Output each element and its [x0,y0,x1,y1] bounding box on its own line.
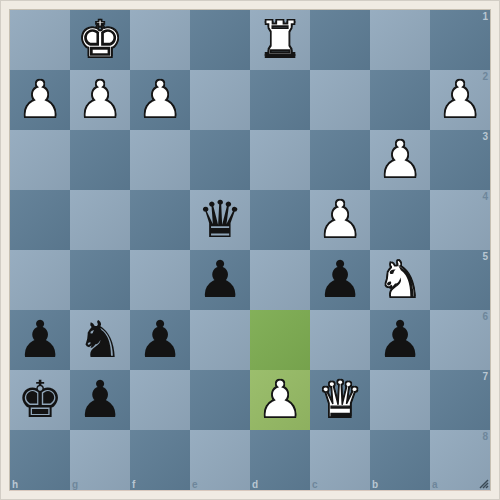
rank-label-4: 4 [482,191,488,202]
square-d7[interactable]: ♟ [250,370,310,430]
square-h5[interactable] [10,250,70,310]
square-f7[interactable] [130,370,190,430]
white-pawn[interactable]: ♟ [70,70,130,130]
file-label-a: a [432,479,438,490]
square-f4[interactable] [130,190,190,250]
square-d3[interactable] [250,130,310,190]
square-c5[interactable]: ♟ [310,250,370,310]
square-f2[interactable]: ♟ [130,70,190,130]
square-h7[interactable]: ♚ [10,370,70,430]
square-d6[interactable] [250,310,310,370]
black-pawn[interactable]: ♟ [130,310,190,370]
square-g4[interactable] [70,190,130,250]
square-e3[interactable] [190,130,250,190]
square-g5[interactable] [70,250,130,310]
rank-label-8: 8 [482,431,488,442]
square-e4[interactable]: ♛ [190,190,250,250]
white-rook[interactable]: ♜ [250,10,310,70]
square-d1[interactable]: ♜ [250,10,310,70]
white-pawn[interactable]: ♟ [370,130,430,190]
square-b7[interactable] [370,370,430,430]
board-resize-handle-icon[interactable] [477,477,489,489]
board-frame: ♚♜1♟♟♟♟2♟3♛♟4♟♟♞5♟♞♟♟6♚♟♟♛7hgfedcb8a [0,0,500,500]
black-knight[interactable]: ♞ [70,310,130,370]
square-f3[interactable] [130,130,190,190]
black-queen[interactable]: ♛ [190,190,250,250]
square-h4[interactable] [10,190,70,250]
file-label-d: d [252,479,258,490]
square-e6[interactable] [190,310,250,370]
square-b6[interactable]: ♟ [370,310,430,370]
square-g6[interactable]: ♞ [70,310,130,370]
white-pawn[interactable]: ♟ [10,70,70,130]
square-e7[interactable] [190,370,250,430]
square-h2[interactable]: ♟ [10,70,70,130]
square-e8[interactable]: e [190,430,250,490]
square-g3[interactable] [70,130,130,190]
black-pawn[interactable]: ♟ [310,250,370,310]
square-c2[interactable] [310,70,370,130]
square-a6[interactable]: 6 [430,310,490,370]
square-h1[interactable] [10,10,70,70]
square-a2[interactable]: ♟2 [430,70,490,130]
black-pawn[interactable]: ♟ [370,310,430,370]
file-label-e: e [192,479,198,490]
white-pawn[interactable]: ♟ [250,370,310,430]
square-f8[interactable]: f [130,430,190,490]
white-pawn[interactable]: ♟ [310,190,370,250]
rank-label-6: 6 [482,311,488,322]
square-b4[interactable] [370,190,430,250]
chess-board: ♚♜1♟♟♟♟2♟3♛♟4♟♟♞5♟♞♟♟6♚♟♟♛7hgfedcb8a [10,10,490,490]
square-b1[interactable] [370,10,430,70]
black-pawn[interactable]: ♟ [10,310,70,370]
square-a5[interactable]: 5 [430,250,490,310]
black-pawn[interactable]: ♟ [70,370,130,430]
square-h8[interactable]: h [10,430,70,490]
square-b8[interactable]: b [370,430,430,490]
square-d5[interactable] [250,250,310,310]
file-label-h: h [12,479,18,490]
square-a3[interactable]: 3 [430,130,490,190]
square-f6[interactable]: ♟ [130,310,190,370]
square-f5[interactable] [130,250,190,310]
square-h3[interactable] [10,130,70,190]
rank-label-5: 5 [482,251,488,262]
rank-label-7: 7 [482,371,488,382]
square-a1[interactable]: 1 [430,10,490,70]
square-c3[interactable] [310,130,370,190]
square-b5[interactable]: ♞ [370,250,430,310]
black-pawn[interactable]: ♟ [190,250,250,310]
white-king[interactable]: ♚ [70,10,130,70]
square-c4[interactable]: ♟ [310,190,370,250]
black-king[interactable]: ♚ [10,370,70,430]
rank-label-1: 1 [482,11,488,22]
white-pawn[interactable]: ♟ [130,70,190,130]
file-label-g: g [72,479,78,490]
square-g8[interactable]: g [70,430,130,490]
file-label-c: c [312,479,318,490]
square-g1[interactable]: ♚ [70,10,130,70]
square-e1[interactable] [190,10,250,70]
file-label-f: f [132,479,135,490]
white-knight[interactable]: ♞ [370,250,430,310]
board-container: ♚♜1♟♟♟♟2♟3♛♟4♟♟♞5♟♞♟♟6♚♟♟♛7hgfedcb8a [9,9,491,491]
square-e5[interactable]: ♟ [190,250,250,310]
rank-label-3: 3 [482,131,488,142]
square-c8[interactable]: c [310,430,370,490]
file-label-b: b [372,479,378,490]
white-pawn[interactable]: ♟ [430,70,490,130]
square-d8[interactable]: d [250,430,310,490]
white-queen[interactable]: ♛ [310,370,370,430]
square-b3[interactable]: ♟ [370,130,430,190]
square-g2[interactable]: ♟ [70,70,130,130]
square-a7[interactable]: 7 [430,370,490,430]
square-d2[interactable] [250,70,310,130]
square-g7[interactable]: ♟ [70,370,130,430]
square-f1[interactable] [130,10,190,70]
square-b2[interactable] [370,70,430,130]
square-e2[interactable] [190,70,250,130]
square-d4[interactable] [250,190,310,250]
square-c1[interactable] [310,10,370,70]
square-c6[interactable] [310,310,370,370]
square-a4[interactable]: 4 [430,190,490,250]
square-h6[interactable]: ♟ [10,310,70,370]
square-c7[interactable]: ♛ [310,370,370,430]
